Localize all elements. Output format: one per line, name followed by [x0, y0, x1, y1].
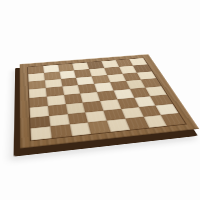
board-grid [27, 58, 187, 142]
square [50, 125, 71, 139]
product-photo-background [0, 0, 200, 200]
chess-board [20, 54, 200, 148]
square [31, 127, 52, 141]
